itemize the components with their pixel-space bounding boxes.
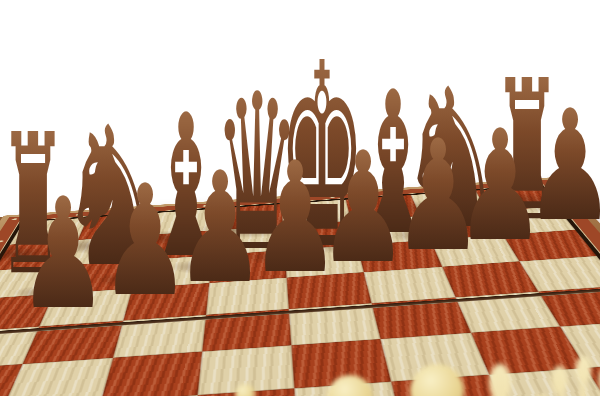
chess-photo-stage: ♜♞♝♛♚♝♞♜♟♟♟♟♟♟♟♟♝♛ [0, 0, 600, 396]
board-playing-field [0, 185, 600, 396]
board-red-margin [0, 179, 600, 396]
square-d3[interactable] [197, 345, 294, 394]
board-scene [0, 0, 600, 396]
square-c3[interactable] [100, 352, 202, 396]
board-grid [0, 186, 600, 396]
square-f3[interactable] [381, 333, 489, 381]
board-wood-frame [0, 177, 600, 396]
square-e3[interactable] [291, 339, 391, 388]
chess-board [0, 177, 600, 396]
